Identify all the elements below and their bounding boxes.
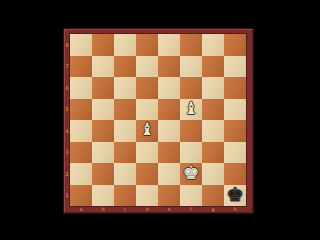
square-d7[interactable] <box>136 56 158 78</box>
square-g6[interactable] <box>202 77 224 99</box>
square-f8[interactable] <box>180 34 202 56</box>
square-a4[interactable] <box>70 120 92 142</box>
square-b3[interactable] <box>92 142 114 164</box>
square-g7[interactable] <box>202 56 224 78</box>
square-b7[interactable] <box>92 56 114 78</box>
file-label-g: g <box>202 206 224 213</box>
square-f2[interactable]: ♚ <box>180 163 202 185</box>
file-label-h: h <box>224 206 246 213</box>
piece-white-king-f2[interactable]: ♚ <box>182 163 199 182</box>
file-label-f: f <box>180 206 202 213</box>
square-h7[interactable] <box>224 56 246 78</box>
square-g2[interactable] <box>202 163 224 185</box>
square-c4[interactable] <box>114 120 136 142</box>
square-d1[interactable] <box>136 185 158 207</box>
square-g8[interactable] <box>202 34 224 56</box>
square-b6[interactable] <box>92 77 114 99</box>
piece-white-bishop-f5[interactable]: ♝ <box>183 100 198 117</box>
square-h4[interactable] <box>224 120 246 142</box>
square-f3[interactable] <box>180 142 202 164</box>
square-c7[interactable] <box>114 56 136 78</box>
square-e2[interactable] <box>158 163 180 185</box>
square-d3[interactable] <box>136 142 158 164</box>
square-d4[interactable]: ♝ <box>136 120 158 142</box>
square-e6[interactable] <box>158 77 180 99</box>
square-a3[interactable] <box>70 142 92 164</box>
square-a7[interactable] <box>70 56 92 78</box>
square-a1[interactable] <box>70 185 92 207</box>
square-f7[interactable] <box>180 56 202 78</box>
square-h8[interactable] <box>224 34 246 56</box>
square-e4[interactable] <box>158 120 180 142</box>
square-g1[interactable] <box>202 185 224 207</box>
square-h1[interactable]: ♚ <box>224 185 246 207</box>
square-e1[interactable] <box>158 185 180 207</box>
square-e8[interactable] <box>158 34 180 56</box>
file-label-a: a <box>70 206 92 213</box>
square-b1[interactable] <box>92 185 114 207</box>
square-c5[interactable] <box>114 99 136 121</box>
square-b2[interactable] <box>92 163 114 185</box>
chess-board-frame: 87654321 abcdefgh ♝♝♚♚ <box>63 28 254 214</box>
file-label-d: d <box>136 206 158 213</box>
square-a2[interactable] <box>70 163 92 185</box>
square-e7[interactable] <box>158 56 180 78</box>
file-labels: abcdefgh <box>70 206 246 213</box>
square-e5[interactable] <box>158 99 180 121</box>
square-a5[interactable] <box>70 99 92 121</box>
square-h5[interactable] <box>224 99 246 121</box>
square-h3[interactable] <box>224 142 246 164</box>
square-a8[interactable] <box>70 34 92 56</box>
square-f1[interactable] <box>180 185 202 207</box>
file-label-b: b <box>92 206 114 213</box>
square-c6[interactable] <box>114 77 136 99</box>
screen-background: 87654321 abcdefgh ♝♝♚♚ <box>0 0 320 240</box>
square-e3[interactable] <box>158 142 180 164</box>
square-f5[interactable]: ♝ <box>180 99 202 121</box>
chess-board[interactable]: ♝♝♚♚ <box>70 34 246 206</box>
square-b8[interactable] <box>92 34 114 56</box>
square-d6[interactable] <box>136 77 158 99</box>
square-d5[interactable] <box>136 99 158 121</box>
square-d8[interactable] <box>136 34 158 56</box>
square-h6[interactable] <box>224 77 246 99</box>
square-b5[interactable] <box>92 99 114 121</box>
square-b4[interactable] <box>92 120 114 142</box>
file-label-e: e <box>158 206 180 213</box>
piece-black-king-h1[interactable]: ♚ <box>226 185 243 204</box>
square-f4[interactable] <box>180 120 202 142</box>
square-g3[interactable] <box>202 142 224 164</box>
square-g5[interactable] <box>202 99 224 121</box>
square-a6[interactable] <box>70 77 92 99</box>
square-c1[interactable] <box>114 185 136 207</box>
square-c2[interactable] <box>114 163 136 185</box>
square-d2[interactable] <box>136 163 158 185</box>
square-f6[interactable] <box>180 77 202 99</box>
file-label-c: c <box>114 206 136 213</box>
square-c8[interactable] <box>114 34 136 56</box>
square-c3[interactable] <box>114 142 136 164</box>
piece-white-bishop-d4[interactable]: ♝ <box>139 121 154 138</box>
square-h2[interactable] <box>224 163 246 185</box>
square-g4[interactable] <box>202 120 224 142</box>
